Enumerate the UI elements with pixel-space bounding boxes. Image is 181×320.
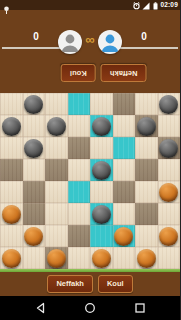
left-score: 0 <box>28 31 44 42</box>
gray-checker-piece[interactable] <box>24 139 43 158</box>
board-cell-r4c5[interactable] <box>90 159 113 181</box>
board-cell-r3c7[interactable] <box>135 137 158 159</box>
board-cell-r8c7[interactable] <box>135 247 158 269</box>
gray-checker-piece[interactable] <box>159 95 178 114</box>
gray-checker-piece[interactable] <box>92 117 111 136</box>
board-cell-r5c4[interactable] <box>68 181 91 203</box>
app: 02:09 0 0 ∞ Koul Neffakh Neffakh Koul <box>0 0 180 320</box>
opponent-button-row: Koul Neffakh <box>14 64 180 82</box>
signal-icon <box>142 0 150 14</box>
board-cell-r7c7[interactable] <box>135 225 158 247</box>
board-cell-r6c6[interactable] <box>113 203 136 225</box>
board-cell-r4c4[interactable] <box>68 159 91 181</box>
board-cell-r7c3[interactable] <box>45 225 68 247</box>
board-cell-r5c2[interactable] <box>23 181 46 203</box>
board-cell-r3c1[interactable] <box>0 137 23 159</box>
board-cell-r8c1[interactable] <box>0 247 23 269</box>
board-cell-r6c4[interactable] <box>68 203 91 225</box>
board-cell-r2c1[interactable] <box>0 115 23 137</box>
board-cell-r7c6[interactable] <box>113 225 136 247</box>
board-cell-r1c5[interactable] <box>90 93 113 115</box>
status-bar: 02:09 <box>0 0 180 10</box>
board-cell-r4c6[interactable] <box>113 159 136 181</box>
board-cell-r2c5[interactable] <box>90 115 113 137</box>
gray-checker-piece[interactable] <box>92 205 111 224</box>
board-cell-r1c8[interactable] <box>158 93 181 115</box>
board-cell-r1c4[interactable] <box>68 93 91 115</box>
board-cell-r5c6[interactable] <box>113 181 136 203</box>
left-score-underline <box>2 47 62 49</box>
board-cell-r2c6[interactable] <box>113 115 136 137</box>
board-cell-r6c2[interactable] <box>23 203 46 225</box>
gray-checker-piece[interactable] <box>2 117 21 136</box>
board-cell-r3c8[interactable] <box>158 137 181 159</box>
board-cell-r2c8[interactable] <box>158 115 181 137</box>
neffakh-button[interactable]: Neffakh <box>47 275 93 293</box>
board-cell-r4c3[interactable] <box>45 159 68 181</box>
board-cell-r2c4[interactable] <box>68 115 91 137</box>
person-icon <box>58 30 82 54</box>
gray-checker-piece[interactable] <box>137 117 156 136</box>
gray-checker-piece[interactable] <box>47 117 66 136</box>
orange-checker-piece[interactable] <box>159 227 178 246</box>
board-cell-r8c3[interactable] <box>45 247 68 269</box>
board-cell-r5c1[interactable] <box>0 181 23 203</box>
board-cell-r7c8[interactable] <box>158 225 181 247</box>
board-cell-r5c7[interactable] <box>135 181 158 203</box>
turn-indicator-line <box>0 269 180 272</box>
right-score-underline <box>118 47 178 49</box>
board-cell-r4c1[interactable] <box>0 159 23 181</box>
board-cell-r8c6[interactable] <box>113 247 136 269</box>
board-cell-r7c5[interactable] <box>90 225 113 247</box>
koul-button[interactable]: Koul <box>98 275 133 293</box>
board-cell-r2c7[interactable] <box>135 115 158 137</box>
gray-checker-piece[interactable] <box>159 139 178 158</box>
board <box>0 93 180 269</box>
board-cell-r6c1[interactable] <box>0 203 23 225</box>
nav-home-button[interactable] <box>80 300 100 316</box>
home-icon <box>84 302 96 314</box>
nav-recents-button[interactable] <box>130 300 150 316</box>
board-cell-r4c7[interactable] <box>135 159 158 181</box>
android-nav-bar <box>0 296 180 320</box>
alarm-icon <box>133 0 140 14</box>
recents-icon <box>134 302 146 314</box>
board-cell-r8c4[interactable] <box>68 247 91 269</box>
top-neffakh-button[interactable]: Neffakh <box>101 64 147 82</box>
board-cell-r7c4[interactable] <box>68 225 91 247</box>
board-cell-r6c7[interactable] <box>135 203 158 225</box>
board-cell-r2c3[interactable] <box>45 115 68 137</box>
board-cell-r3c2[interactable] <box>23 137 46 159</box>
orange-checker-piece[interactable] <box>114 227 133 246</box>
board-cell-r3c6[interactable] <box>113 137 136 159</box>
board-cell-r7c1[interactable] <box>0 225 23 247</box>
board-cell-r8c8[interactable] <box>158 247 181 269</box>
board-cell-r5c3[interactable] <box>45 181 68 203</box>
board-cell-r1c1[interactable] <box>0 93 23 115</box>
board-cell-r1c2[interactable] <box>23 93 46 115</box>
blue-player-avatar[interactable] <box>98 30 122 54</box>
board-cell-r6c5[interactable] <box>90 203 113 225</box>
board-cell-r6c3[interactable] <box>45 203 68 225</box>
board-cell-r3c5[interactable] <box>90 137 113 159</box>
right-score: 0 <box>136 31 152 42</box>
person-icon <box>98 30 122 54</box>
board-cell-r7c2[interactable] <box>23 225 46 247</box>
board-cell-r4c8[interactable] <box>158 159 181 181</box>
orange-checker-piece[interactable] <box>137 249 156 268</box>
pin-icon <box>3 1 10 19</box>
nav-back-button[interactable] <box>30 300 50 316</box>
board-cell-r5c5[interactable] <box>90 181 113 203</box>
orange-checker-piece[interactable] <box>2 249 21 268</box>
back-icon <box>35 302 46 314</box>
player-button-row: Neffakh Koul <box>0 275 180 293</box>
board-cell-r3c4[interactable] <box>68 137 91 159</box>
orange-checker-piece[interactable] <box>2 205 21 224</box>
board-cell-r6c8[interactable] <box>158 203 181 225</box>
board-cell-r8c5[interactable] <box>90 247 113 269</box>
board-cell-r1c7[interactable] <box>135 93 158 115</box>
gray-checker-piece[interactable] <box>24 95 43 114</box>
board-cell-r3c3[interactable] <box>45 137 68 159</box>
board-cell-r8c2[interactable] <box>23 247 46 269</box>
top-koul-button[interactable]: Koul <box>61 64 96 82</box>
board-cell-r1c3[interactable] <box>45 93 68 115</box>
board-cell-r1c6[interactable] <box>113 93 136 115</box>
infinity-symbol: ∞ <box>82 33 98 47</box>
orange-checker-piece[interactable] <box>159 183 178 202</box>
gray-checker-piece[interactable] <box>92 161 111 180</box>
board-cell-r5c8[interactable] <box>158 181 181 203</box>
orange-checker-piece[interactable] <box>92 249 111 268</box>
orange-checker-piece[interactable] <box>47 249 66 268</box>
board-cell-r2c2[interactable] <box>23 115 46 137</box>
orange-checker-piece[interactable] <box>24 227 43 246</box>
gray-player-avatar[interactable] <box>58 30 82 54</box>
battery-icon <box>153 0 158 14</box>
board-cell-r4c2[interactable] <box>23 159 46 181</box>
status-time: 02:09 <box>160 0 178 10</box>
